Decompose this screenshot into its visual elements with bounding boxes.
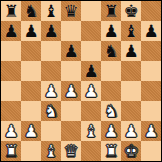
- piece-white-knight: ♞: [103, 101, 118, 121]
- square-a4[interactable]: [1, 81, 21, 101]
- piece-white-knight: ♞: [43, 101, 58, 121]
- square-h2[interactable]: ♟: [141, 121, 161, 141]
- square-g2[interactable]: ♟: [121, 121, 141, 141]
- piece-black-pawn: ♟: [63, 41, 78, 61]
- piece-black-pawn: ♟: [103, 21, 118, 41]
- square-a6[interactable]: [1, 41, 21, 61]
- square-g1[interactable]: ♚: [121, 141, 141, 161]
- piece-black-pawn: ♟: [83, 61, 98, 81]
- square-b3[interactable]: [21, 101, 41, 121]
- piece-white-pawn: ♟: [123, 121, 138, 141]
- square-b1[interactable]: [21, 141, 41, 161]
- square-c8[interactable]: ♝: [41, 1, 61, 21]
- square-a1[interactable]: ♜: [1, 141, 21, 161]
- square-g5[interactable]: [121, 61, 141, 81]
- piece-white-pawn: ♟: [103, 121, 118, 141]
- square-b7[interactable]: ♟: [21, 21, 41, 41]
- piece-white-pawn: ♟: [83, 81, 98, 101]
- piece-black-knight: ♞: [103, 41, 118, 61]
- square-e4[interactable]: ♟: [81, 81, 101, 101]
- square-a3[interactable]: [1, 101, 21, 121]
- square-e8[interactable]: [81, 1, 101, 21]
- piece-black-pawn: ♟: [143, 21, 158, 41]
- piece-white-king: ♚: [123, 141, 138, 161]
- square-a5[interactable]: [1, 61, 21, 81]
- square-e6[interactable]: [81, 41, 101, 61]
- piece-black-pawn: ♟: [23, 21, 38, 41]
- square-d1[interactable]: ♛: [61, 141, 81, 161]
- square-b5[interactable]: [21, 61, 41, 81]
- piece-black-bishop: ♝: [123, 21, 138, 41]
- piece-black-knight: ♞: [23, 1, 38, 21]
- square-d6[interactable]: ♟: [61, 41, 81, 61]
- piece-white-queen: ♛: [63, 141, 78, 161]
- square-g7[interactable]: ♝: [121, 21, 141, 41]
- square-g3[interactable]: [121, 101, 141, 121]
- piece-white-pawn: ♟: [143, 121, 158, 141]
- square-c1[interactable]: ♝: [41, 141, 61, 161]
- piece-black-rook: ♜: [103, 1, 118, 21]
- piece-white-pawn: ♟: [43, 81, 58, 101]
- square-e5[interactable]: ♟: [81, 61, 101, 81]
- piece-black-pawn: ♟: [123, 41, 138, 61]
- square-b6[interactable]: [21, 41, 41, 61]
- square-e7[interactable]: [81, 21, 101, 41]
- square-f6[interactable]: ♞: [101, 41, 121, 61]
- square-d3[interactable]: [61, 101, 81, 121]
- square-h8[interactable]: [141, 1, 161, 21]
- square-h3[interactable]: [141, 101, 161, 121]
- piece-black-bishop: ♝: [43, 1, 58, 21]
- piece-black-pawn: ♟: [3, 21, 18, 41]
- square-c3[interactable]: ♞: [41, 101, 61, 121]
- square-c4[interactable]: ♟: [41, 81, 61, 101]
- square-b4[interactable]: [21, 81, 41, 101]
- square-f5[interactable]: [101, 61, 121, 81]
- square-a8[interactable]: ♜: [1, 1, 21, 21]
- square-h4[interactable]: [141, 81, 161, 101]
- square-b2[interactable]: ♟: [21, 121, 41, 141]
- square-c5[interactable]: [41, 61, 61, 81]
- square-f3[interactable]: ♞: [101, 101, 121, 121]
- square-d4[interactable]: ♟: [61, 81, 81, 101]
- piece-white-pawn: ♟: [63, 81, 78, 101]
- square-h5[interactable]: [141, 61, 161, 81]
- square-c2[interactable]: [41, 121, 61, 141]
- chess-board-frame: ♜♞♝♛♜♚♟♟♟♟♝♟♟♞♟♟♟♟♟♞♞♟♟♝♟♟♟♜♝♛♜♚: [0, 0, 162, 162]
- piece-white-bishop: ♝: [43, 141, 58, 161]
- piece-white-pawn: ♟: [23, 121, 38, 141]
- square-f8[interactable]: ♜: [101, 1, 121, 21]
- square-d8[interactable]: ♛: [61, 1, 81, 21]
- piece-black-pawn: ♟: [43, 21, 58, 41]
- square-f2[interactable]: ♟: [101, 121, 121, 141]
- square-g8[interactable]: ♚: [121, 1, 141, 21]
- square-g6[interactable]: ♟: [121, 41, 141, 61]
- square-d7[interactable]: [61, 21, 81, 41]
- square-b8[interactable]: ♞: [21, 1, 41, 21]
- piece-white-pawn: ♟: [3, 121, 18, 141]
- square-h6[interactable]: [141, 41, 161, 61]
- piece-black-queen: ♛: [63, 1, 78, 21]
- piece-white-rook: ♜: [103, 141, 118, 161]
- square-a2[interactable]: ♟: [1, 121, 21, 141]
- square-h1[interactable]: [141, 141, 161, 161]
- square-f4[interactable]: [101, 81, 121, 101]
- piece-black-rook: ♜: [3, 1, 18, 21]
- chess-board: ♜♞♝♛♜♚♟♟♟♟♝♟♟♞♟♟♟♟♟♞♞♟♟♝♟♟♟♜♝♛♜♚: [1, 1, 161, 161]
- square-a7[interactable]: ♟: [1, 21, 21, 41]
- piece-white-bishop: ♝: [83, 121, 98, 141]
- square-c7[interactable]: ♟: [41, 21, 61, 41]
- square-e3[interactable]: [81, 101, 101, 121]
- square-e2[interactable]: ♝: [81, 121, 101, 141]
- square-h7[interactable]: ♟: [141, 21, 161, 41]
- square-f7[interactable]: ♟: [101, 21, 121, 41]
- square-d2[interactable]: [61, 121, 81, 141]
- square-d5[interactable]: [61, 61, 81, 81]
- piece-black-king: ♚: [123, 1, 138, 21]
- square-e1[interactable]: [81, 141, 101, 161]
- piece-white-rook: ♜: [3, 141, 18, 161]
- square-f1[interactable]: ♜: [101, 141, 121, 161]
- square-g4[interactable]: [121, 81, 141, 101]
- square-c6[interactable]: [41, 41, 61, 61]
